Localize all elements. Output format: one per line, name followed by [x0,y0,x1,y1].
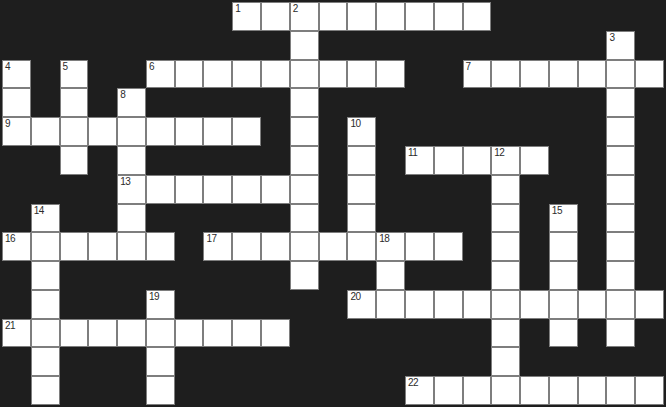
block-r9c11 [319,261,348,290]
cell-r7c12[interactable] [347,204,376,233]
block-r10c0 [2,290,31,319]
block-r4c14 [405,117,434,146]
block-r12c6 [175,347,204,376]
block-r4c16 [463,117,492,146]
block-r6c3 [88,175,117,204]
cell-r13c21[interactable] [606,376,635,405]
cell-r8c0[interactable]: 16 [2,232,31,261]
cell-r3c0[interactable] [2,88,31,117]
cell-r0c12[interactable] [347,2,376,31]
block-r9c0 [2,261,31,290]
cell-r8c10[interactable] [290,232,319,261]
cell-r8c9[interactable] [261,232,290,261]
block-r1c8 [232,31,261,60]
cell-r8c14[interactable] [405,232,434,261]
block-r13c0 [2,376,31,405]
block-r13c6 [175,376,204,405]
block-r10c7 [203,290,232,319]
block-r7c8 [232,204,261,233]
block-r10c9 [261,290,290,319]
cell-r13c18[interactable] [520,376,549,405]
cell-r4c8[interactable] [232,117,261,146]
block-r9c22 [635,261,664,290]
block-r0c17 [491,2,520,31]
block-r11c13 [376,319,405,348]
block-r1c20 [578,31,607,60]
cell-r6c5[interactable] [146,175,175,204]
clue-number-18: 18 [379,233,389,244]
cell-r8c7[interactable]: 17 [203,232,232,261]
cell-r8c17[interactable] [491,232,520,261]
block-r5c3 [88,146,117,175]
cell-r1c21[interactable]: 3 [606,31,635,60]
cell-r11c19[interactable] [549,319,578,348]
block-r11c10 [290,319,319,348]
clue-number-4: 4 [5,61,10,72]
cell-r2c13[interactable] [376,60,405,89]
block-r12c11 [319,347,348,376]
cell-r11c1[interactable] [31,319,60,348]
cell-r7c1[interactable]: 14 [31,204,60,233]
block-r0c1 [31,2,60,31]
cell-r5c21[interactable] [606,146,635,175]
cell-r4c4[interactable] [117,117,146,146]
block-r2c14 [405,60,434,89]
cell-r4c10[interactable] [290,117,319,146]
block-r12c4 [117,347,146,376]
block-r11c11 [319,319,348,348]
cell-r0c11[interactable] [319,2,348,31]
cell-r8c2[interactable] [60,232,89,261]
block-r1c3 [88,31,117,60]
block-r6c13 [376,175,405,204]
clue-number-3: 3 [609,32,614,43]
clue-number-11: 11 [408,147,417,158]
block-r10c10 [290,290,319,319]
cell-r2c7[interactable] [203,60,232,89]
block-r9c18 [520,261,549,290]
cell-r13c22[interactable] [635,376,664,405]
clue-number-7: 7 [466,61,471,72]
block-r9c2 [60,261,89,290]
block-r10c3 [88,290,117,319]
block-r5c19 [549,146,578,175]
cell-r9c10[interactable] [290,261,319,290]
cell-r10c14[interactable] [405,290,434,319]
cell-r2c21[interactable] [606,60,635,89]
block-r3c8 [232,88,261,117]
cell-r8c4[interactable] [117,232,146,261]
cell-r5c17[interactable]: 12 [491,146,520,175]
block-r9c6 [175,261,204,290]
block-r9c20 [578,261,607,290]
cell-r8c12[interactable] [347,232,376,261]
cell-r2c16[interactable]: 7 [463,60,492,89]
cell-r8c15[interactable] [434,232,463,261]
cell-r2c0[interactable]: 4 [2,60,31,89]
block-r12c12 [347,347,376,376]
block-r1c6 [175,31,204,60]
block-r9c16 [463,261,492,290]
block-r3c18 [520,88,549,117]
crossword-grid: 12345678910111213141516171819202122 [0,0,666,407]
cell-r9c13[interactable] [376,261,405,290]
block-r7c13 [376,204,405,233]
block-r0c20 [578,2,607,31]
cell-r8c19[interactable] [549,232,578,261]
block-r9c14 [405,261,434,290]
block-r6c11 [319,175,348,204]
block-r10c11 [319,290,348,319]
cell-r7c10[interactable] [290,204,319,233]
cell-r8c3[interactable] [88,232,117,261]
cell-r9c1[interactable] [31,261,60,290]
clue-number-6: 6 [149,61,154,72]
clue-number-20: 20 [350,291,360,302]
cell-r5c4[interactable] [117,146,146,175]
block-r5c8 [232,146,261,175]
cell-r2c19[interactable] [549,60,578,89]
cell-r11c21[interactable] [606,319,635,348]
cell-r7c21[interactable] [606,204,635,233]
cell-r13c16[interactable] [463,376,492,405]
block-r0c7 [203,2,232,31]
cell-r2c10[interactable] [290,60,319,89]
cell-r6c10[interactable] [290,175,319,204]
block-r12c20 [578,347,607,376]
cell-r7c4[interactable] [117,204,146,233]
cell-r2c6[interactable] [175,60,204,89]
block-r11c12 [347,319,376,348]
block-r11c20 [578,319,607,348]
block-r9c7 [203,261,232,290]
cell-r10c21[interactable] [606,290,635,319]
block-r12c8 [232,347,261,376]
cell-r10c1[interactable] [31,290,60,319]
block-r4c15 [434,117,463,146]
block-r13c2 [60,376,89,405]
block-r1c2 [60,31,89,60]
block-r1c15 [434,31,463,60]
cell-r0c13[interactable] [376,2,405,31]
cell-r10c15[interactable] [434,290,463,319]
block-r7c18 [520,204,549,233]
block-r10c2 [60,290,89,319]
block-r3c14 [405,88,434,117]
block-r1c11 [319,31,348,60]
block-r4c9 [261,117,290,146]
block-r6c0 [2,175,31,204]
block-r7c20 [578,204,607,233]
cell-r0c15[interactable] [434,2,463,31]
cell-r11c7[interactable] [203,319,232,348]
block-r7c22 [635,204,664,233]
block-r3c22 [635,88,664,117]
block-r1c22 [635,31,664,60]
block-r1c12 [347,31,376,60]
block-r9c9 [261,261,290,290]
block-r7c7 [203,204,232,233]
cell-r13c17[interactable] [491,376,520,405]
cell-r2c11[interactable] [319,60,348,89]
cell-r5c2[interactable] [60,146,89,175]
cell-r2c20[interactable] [578,60,607,89]
cell-r8c5[interactable] [146,232,175,261]
block-r5c5 [146,146,175,175]
clue-number-15: 15 [552,205,562,216]
block-r4c18 [520,117,549,146]
clue-number-21: 21 [5,320,15,331]
block-r7c9 [261,204,290,233]
cell-r9c21[interactable] [606,261,635,290]
cell-r0c16[interactable] [463,2,492,31]
cell-r6c17[interactable] [491,175,520,204]
block-r1c13 [376,31,405,60]
block-r4c20 [578,117,607,146]
cell-r11c9[interactable] [261,319,290,348]
cell-r0c8[interactable]: 1 [232,2,261,31]
block-r5c13 [376,146,405,175]
cell-r10c19[interactable] [549,290,578,319]
cell-r12c17[interactable] [491,347,520,376]
cell-r9c19[interactable] [549,261,578,290]
block-r11c14 [405,319,434,348]
cell-r2c5[interactable]: 6 [146,60,175,89]
cell-r13c15[interactable] [434,376,463,405]
cell-r5c15[interactable] [434,146,463,175]
cell-r2c8[interactable] [232,60,261,89]
block-r5c11 [319,146,348,175]
block-r10c4 [117,290,146,319]
cell-r13c20[interactable] [578,376,607,405]
block-r7c0 [2,204,31,233]
cell-r11c8[interactable] [232,319,261,348]
block-r3c6 [175,88,204,117]
cell-r4c2[interactable] [60,117,89,146]
cell-r4c0[interactable]: 9 [2,117,31,146]
block-r5c22 [635,146,664,175]
block-r12c19 [549,347,578,376]
block-r13c11 [319,376,348,405]
block-r5c9 [261,146,290,175]
cell-r3c4[interactable]: 8 [117,88,146,117]
cell-r2c17[interactable] [491,60,520,89]
cell-r6c12[interactable] [347,175,376,204]
block-r3c16 [463,88,492,117]
cell-r13c1[interactable] [31,376,60,405]
block-r0c5 [146,2,175,31]
block-r2c4 [117,60,146,89]
block-r12c21 [606,347,635,376]
clue-number-13: 13 [120,176,130,187]
block-r4c22 [635,117,664,146]
block-r6c2 [60,175,89,204]
block-r10c6 [175,290,204,319]
block-r5c20 [578,146,607,175]
cell-r2c12[interactable] [347,60,376,89]
block-r1c9 [261,31,290,60]
block-r0c19 [549,2,578,31]
cell-r10c13[interactable] [376,290,405,319]
block-r6c15 [434,175,463,204]
cell-r0c14[interactable] [405,2,434,31]
cell-r3c10[interactable] [290,88,319,117]
block-r9c8 [232,261,261,290]
block-r0c2 [60,2,89,31]
cell-r11c2[interactable] [60,319,89,348]
block-r4c13 [376,117,405,146]
block-r3c20 [578,88,607,117]
block-r1c5 [146,31,175,60]
cell-r4c21[interactable] [606,117,635,146]
cell-r12c1[interactable] [31,347,60,376]
clue-number-19: 19 [149,291,159,302]
clue-number-12: 12 [494,147,504,158]
block-r3c15 [434,88,463,117]
cell-r11c17[interactable] [491,319,520,348]
block-r12c9 [261,347,290,376]
block-r3c3 [88,88,117,117]
cell-r0c10[interactable]: 2 [290,2,319,31]
cell-r7c19[interactable]: 15 [549,204,578,233]
block-r6c14 [405,175,434,204]
cell-r11c4[interactable] [117,319,146,348]
block-r8c20 [578,232,607,261]
block-r13c8 [232,376,261,405]
cell-r8c8[interactable] [232,232,261,261]
cell-r2c2[interactable]: 5 [60,60,89,89]
cell-r5c12[interactable] [347,146,376,175]
block-r9c5 [146,261,175,290]
cell-r11c0[interactable]: 21 [2,319,31,348]
cell-r11c3[interactable] [88,319,117,348]
block-r8c6 [175,232,204,261]
block-r4c17 [491,117,520,146]
block-r10c8 [232,290,261,319]
block-r9c3 [88,261,117,290]
cell-r6c8[interactable] [232,175,261,204]
block-r6c20 [578,175,607,204]
cell-r10c16[interactable] [463,290,492,319]
cell-r10c17[interactable] [491,290,520,319]
cell-r7c17[interactable] [491,204,520,233]
cell-r8c21[interactable] [606,232,635,261]
block-r7c3 [88,204,117,233]
cell-r4c5[interactable] [146,117,175,146]
block-r6c19 [549,175,578,204]
cell-r10c22[interactable] [635,290,664,319]
block-r13c10 [290,376,319,405]
block-r3c13 [376,88,405,117]
cell-r10c12[interactable]: 20 [347,290,376,319]
block-r3c1 [31,88,60,117]
cell-r11c6[interactable] [175,319,204,348]
block-r12c18 [520,347,549,376]
block-r8c18 [520,232,549,261]
cell-r4c1[interactable] [31,117,60,146]
cell-r2c9[interactable] [261,60,290,89]
cell-r8c11[interactable] [319,232,348,261]
cell-r3c2[interactable] [60,88,89,117]
cell-r5c14[interactable]: 11 [405,146,434,175]
block-r5c7 [203,146,232,175]
cell-r2c18[interactable] [520,60,549,89]
cell-r8c1[interactable] [31,232,60,261]
cell-r12c5[interactable] [146,347,175,376]
block-r12c13 [376,347,405,376]
cell-r13c5[interactable] [146,376,175,405]
cell-r6c9[interactable] [261,175,290,204]
block-r8c16 [463,232,492,261]
cell-r2c22[interactable] [635,60,664,89]
cell-r6c4[interactable]: 13 [117,175,146,204]
cell-r4c3[interactable] [88,117,117,146]
block-r12c10 [290,347,319,376]
block-r7c2 [60,204,89,233]
clue-number-16: 16 [5,233,15,244]
block-r9c4 [117,261,146,290]
block-r3c12 [347,88,376,117]
block-r3c11 [319,88,348,117]
block-r12c7 [203,347,232,376]
clue-number-5: 5 [63,61,68,72]
cell-r10c5[interactable]: 19 [146,290,175,319]
block-r0c3 [88,2,117,31]
cell-r13c19[interactable] [549,376,578,405]
block-r7c5 [146,204,175,233]
block-r0c18 [520,2,549,31]
block-r1c18 [520,31,549,60]
block-r11c18 [520,319,549,348]
cell-r13c14[interactable]: 22 [405,376,434,405]
cell-r6c21[interactable] [606,175,635,204]
block-r7c14 [405,204,434,233]
cell-r5c18[interactable] [520,146,549,175]
block-r12c16 [463,347,492,376]
cell-r6c6[interactable] [175,175,204,204]
cell-r11c5[interactable] [146,319,175,348]
block-r6c16 [463,175,492,204]
cell-r4c7[interactable] [203,117,232,146]
cell-r5c16[interactable] [463,146,492,175]
cell-r1c10[interactable] [290,31,319,60]
block-r5c0 [2,146,31,175]
block-r2c3 [88,60,117,89]
block-r13c13 [376,376,405,405]
cell-r3c21[interactable] [606,88,635,117]
cell-r9c17[interactable] [491,261,520,290]
block-r3c19 [549,88,578,117]
cell-r4c12[interactable]: 10 [347,117,376,146]
clue-number-8: 8 [120,89,125,100]
block-r7c15 [434,204,463,233]
block-r13c12 [347,376,376,405]
cell-r5c10[interactable] [290,146,319,175]
block-r11c15 [434,319,463,348]
cell-r8c13[interactable]: 18 [376,232,405,261]
cell-r4c6[interactable] [175,117,204,146]
block-r1c19 [549,31,578,60]
block-r0c6 [175,2,204,31]
block-r12c0 [2,347,31,376]
cell-r10c18[interactable] [520,290,549,319]
block-r4c19 [549,117,578,146]
cell-r6c7[interactable] [203,175,232,204]
block-r7c11 [319,204,348,233]
block-r3c9 [261,88,290,117]
cell-r10c20[interactable] [578,290,607,319]
cell-r0c9[interactable] [261,2,290,31]
